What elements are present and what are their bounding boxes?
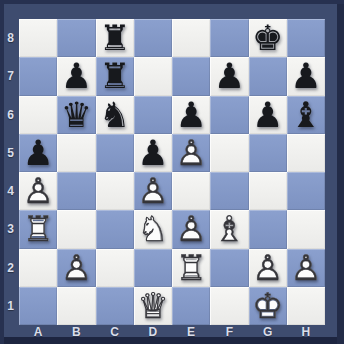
square-d3[interactable]: ♞♘ (134, 210, 172, 248)
rank-label-7: 7 (3, 57, 18, 95)
square-h1[interactable] (287, 287, 325, 325)
square-d1[interactable]: ♛♕ (134, 287, 172, 325)
white-pawn[interactable]: ♟♙ (172, 210, 210, 248)
square-a2[interactable] (19, 249, 57, 287)
square-a3[interactable]: ♜♖ (19, 210, 57, 248)
square-c8[interactable]: ♜ (96, 19, 134, 57)
chess-board-widget: ♜♚♟♜♟♟♛♞♟♟♝♟♟♟♙♟♙♟♙♜♖♞♘♟♙♝♗♟♙♜♖♟♙♟♙♛♕♚♔ … (0, 0, 344, 344)
square-g4[interactable] (249, 172, 287, 210)
black-king[interactable]: ♚ (249, 19, 287, 57)
white-pawn[interactable]: ♟♙ (172, 134, 210, 172)
square-c2[interactable] (96, 249, 134, 287)
rank-label-4: 4 (3, 172, 18, 210)
square-c4[interactable] (96, 172, 134, 210)
square-a6[interactable] (19, 96, 57, 134)
black-pawn[interactable]: ♟ (287, 57, 325, 95)
square-g7[interactable] (249, 57, 287, 95)
square-h5[interactable] (287, 134, 325, 172)
square-g2[interactable]: ♟♙ (249, 249, 287, 287)
square-c7[interactable]: ♜ (96, 57, 134, 95)
square-e1[interactable] (172, 287, 210, 325)
file-label-e: E (172, 324, 210, 340)
rank-label-2: 2 (3, 249, 18, 287)
square-b1[interactable] (57, 287, 95, 325)
rank-label-3: 3 (3, 210, 18, 248)
square-d7[interactable] (134, 57, 172, 95)
board: ♜♚♟♜♟♟♛♞♟♟♝♟♟♟♙♟♙♟♙♜♖♞♘♟♙♝♗♟♙♜♖♟♙♟♙♛♕♚♔ (19, 19, 325, 325)
square-b8[interactable] (57, 19, 95, 57)
square-h8[interactable] (287, 19, 325, 57)
square-b2[interactable]: ♟♙ (57, 249, 95, 287)
black-knight[interactable]: ♞ (96, 96, 134, 134)
square-d5[interactable]: ♟ (134, 134, 172, 172)
white-pawn[interactable]: ♟♙ (57, 249, 95, 287)
black-rook[interactable]: ♜ (96, 19, 134, 57)
square-h7[interactable]: ♟ (287, 57, 325, 95)
square-g5[interactable] (249, 134, 287, 172)
black-pawn[interactable]: ♟ (210, 57, 248, 95)
file-label-g: G (249, 324, 287, 340)
square-h4[interactable] (287, 172, 325, 210)
square-f5[interactable] (210, 134, 248, 172)
file-label-a: A (19, 324, 57, 340)
file-label-f: F (210, 324, 248, 340)
square-c3[interactable] (96, 210, 134, 248)
square-e4[interactable] (172, 172, 210, 210)
square-b7[interactable]: ♟ (57, 57, 95, 95)
square-f4[interactable] (210, 172, 248, 210)
square-d2[interactable] (134, 249, 172, 287)
square-a5[interactable]: ♟ (19, 134, 57, 172)
square-b3[interactable] (57, 210, 95, 248)
square-f1[interactable] (210, 287, 248, 325)
square-b6[interactable]: ♛ (57, 96, 95, 134)
black-pawn[interactable]: ♟ (249, 96, 287, 134)
rank-label-5: 5 (3, 134, 18, 172)
file-label-c: C (96, 324, 134, 340)
square-d8[interactable] (134, 19, 172, 57)
square-c5[interactable] (96, 134, 134, 172)
square-f8[interactable] (210, 19, 248, 57)
rank-label-8: 8 (3, 19, 18, 57)
black-pawn[interactable]: ♟ (19, 134, 57, 172)
square-a8[interactable] (19, 19, 57, 57)
black-pawn[interactable]: ♟ (134, 134, 172, 172)
rank-label-6: 6 (3, 96, 18, 134)
square-e5[interactable]: ♟♙ (172, 134, 210, 172)
white-pawn[interactable]: ♟♙ (287, 249, 325, 287)
square-g1[interactable]: ♚♔ (249, 287, 287, 325)
black-rook[interactable]: ♜ (96, 57, 134, 95)
square-e2[interactable]: ♜♖ (172, 249, 210, 287)
white-pawn[interactable]: ♟♙ (249, 249, 287, 287)
white-rook[interactable]: ♜♖ (172, 249, 210, 287)
square-g6[interactable]: ♟ (249, 96, 287, 134)
square-a1[interactable] (19, 287, 57, 325)
black-pawn[interactable]: ♟ (172, 96, 210, 134)
square-a4[interactable]: ♟♙ (19, 172, 57, 210)
black-bishop[interactable]: ♝ (287, 96, 325, 134)
square-h6[interactable]: ♝ (287, 96, 325, 134)
file-label-b: B (57, 324, 95, 340)
square-c6[interactable]: ♞ (96, 96, 134, 134)
square-g3[interactable] (249, 210, 287, 248)
square-e8[interactable] (172, 19, 210, 57)
file-label-d: D (134, 324, 172, 340)
square-g8[interactable]: ♚ (249, 19, 287, 57)
square-e6[interactable]: ♟ (172, 96, 210, 134)
white-pawn[interactable]: ♟♙ (19, 172, 57, 210)
white-knight[interactable]: ♞♘ (134, 210, 172, 248)
square-b5[interactable] (57, 134, 95, 172)
square-f2[interactable] (210, 249, 248, 287)
square-f6[interactable] (210, 96, 248, 134)
square-a7[interactable] (19, 57, 57, 95)
square-e3[interactable]: ♟♙ (172, 210, 210, 248)
square-d4[interactable]: ♟♙ (134, 172, 172, 210)
square-h3[interactable] (287, 210, 325, 248)
square-b4[interactable] (57, 172, 95, 210)
white-rook[interactable]: ♜♖ (19, 210, 57, 248)
square-d6[interactable] (134, 96, 172, 134)
square-f7[interactable]: ♟ (210, 57, 248, 95)
square-h2[interactable]: ♟♙ (287, 249, 325, 287)
black-queen[interactable]: ♛ (57, 96, 95, 134)
black-pawn[interactable]: ♟ (57, 57, 95, 95)
rank-label-1: 1 (3, 287, 18, 325)
white-king[interactable]: ♚♔ (249, 287, 287, 325)
square-c1[interactable] (96, 287, 134, 325)
file-label-h: H (287, 324, 325, 340)
white-bishop[interactable]: ♝♗ (210, 210, 248, 248)
white-queen[interactable]: ♛♕ (134, 287, 172, 325)
square-f3[interactable]: ♝♗ (210, 210, 248, 248)
white-pawn[interactable]: ♟♙ (134, 172, 172, 210)
square-e7[interactable] (172, 57, 210, 95)
